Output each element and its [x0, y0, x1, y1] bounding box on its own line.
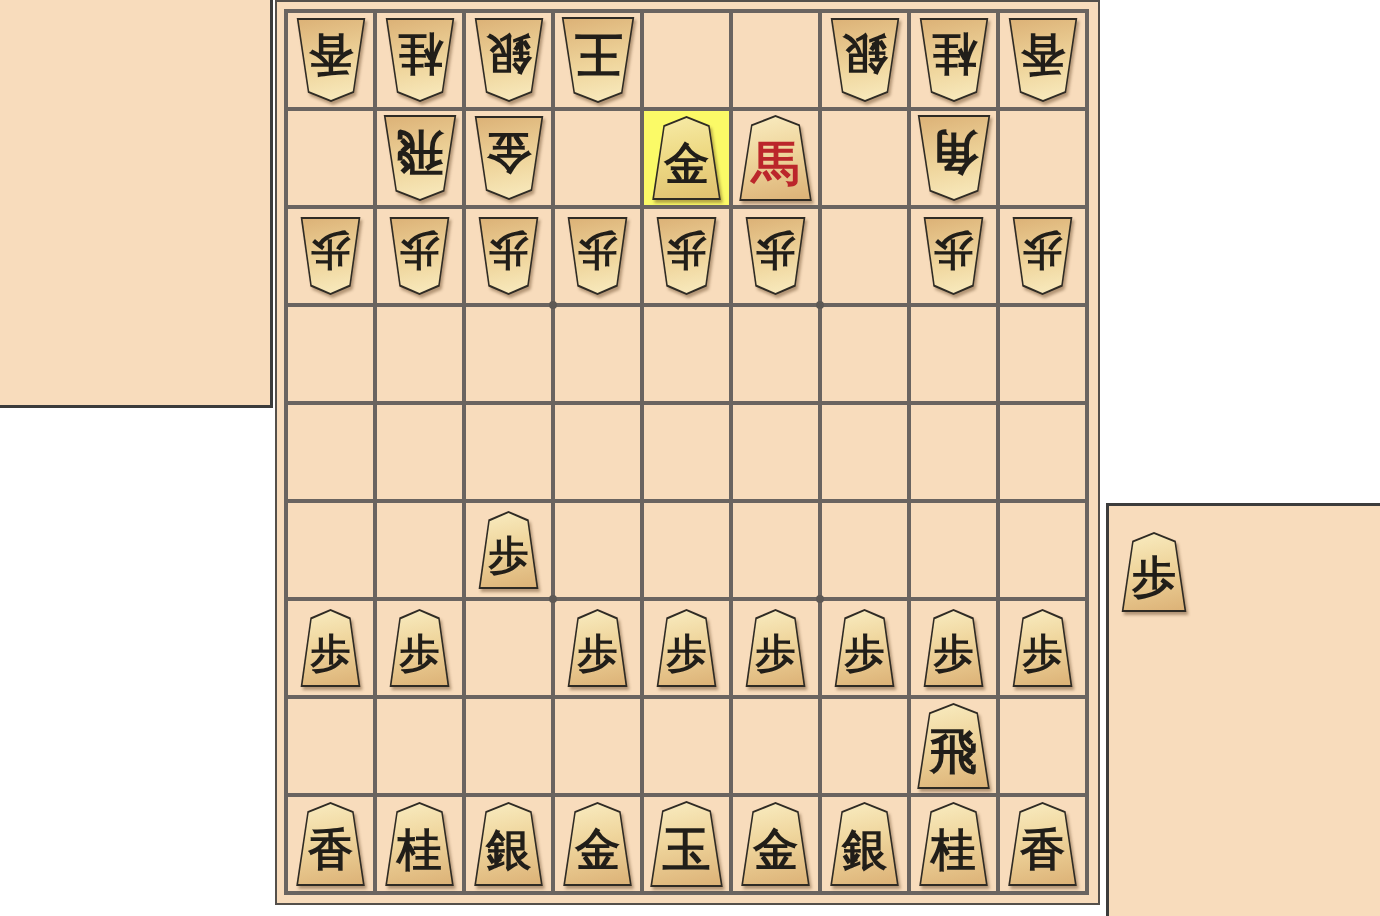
- square-9c[interactable]: 歩: [288, 209, 373, 303]
- piece-kanji: 王: [574, 31, 622, 79]
- gote-king[interactable]: 王: [561, 17, 635, 103]
- piece-kanji: 桂: [931, 33, 976, 78]
- piece-kanji: 歩: [400, 633, 440, 673]
- gote-gold[interactable]: 金: [474, 116, 544, 200]
- square-4h[interactable]: [733, 699, 818, 793]
- piece-kanji: 銀: [486, 827, 531, 872]
- square-3h[interactable]: [822, 699, 907, 793]
- square-1b[interactable]: [1000, 111, 1085, 205]
- square-4c[interactable]: 歩: [733, 209, 818, 303]
- gote-pawn[interactable]: 歩: [923, 217, 984, 295]
- square-7b[interactable]: 金: [466, 111, 551, 205]
- piece-kanji: 歩: [667, 231, 707, 271]
- square-5b[interactable]: 金: [644, 111, 729, 205]
- square-9b[interactable]: [288, 111, 373, 205]
- sente-pawn[interactable]: 歩: [567, 609, 628, 687]
- square-5d[interactable]: [644, 307, 729, 401]
- sente-rook[interactable]: 飛: [917, 703, 991, 789]
- square-7e[interactable]: [466, 405, 551, 499]
- piece-kanji: 歩: [489, 535, 529, 575]
- gote-knight[interactable]: 桂: [919, 18, 989, 102]
- piece-kanji: 香: [1020, 33, 1065, 78]
- gote-pawn[interactable]: 歩: [656, 217, 717, 295]
- square-3d[interactable]: [822, 307, 907, 401]
- gote-pawn[interactable]: 歩: [478, 217, 539, 295]
- piece-kanji: 歩: [756, 231, 796, 271]
- piece-kanji: 歩: [934, 231, 974, 271]
- sente-knight[interactable]: 桂: [919, 802, 989, 886]
- gote-pawn[interactable]: 歩: [300, 217, 361, 295]
- star-point: [549, 595, 557, 603]
- piece-kanji: 歩: [311, 633, 351, 673]
- piece-kanji: 香: [308, 33, 353, 78]
- square-6f[interactable]: [555, 503, 640, 597]
- square-6i[interactable]: 金: [555, 797, 640, 891]
- sente-gold[interactable]: 金: [563, 802, 633, 886]
- sente-pawn[interactable]: 歩: [389, 609, 450, 687]
- square-7c[interactable]: 歩: [466, 209, 551, 303]
- piece-kanji: 金: [575, 827, 620, 872]
- square-7g[interactable]: [466, 601, 551, 695]
- square-7d[interactable]: [466, 307, 551, 401]
- square-5f[interactable]: [644, 503, 729, 597]
- star-point: [549, 301, 557, 309]
- square-8b[interactable]: 飛: [377, 111, 462, 205]
- shogi-board-grid: 香桂銀王銀桂香飛金金馬角歩歩歩歩歩歩歩歩歩歩歩歩歩歩歩歩歩飛香桂銀金玉金銀桂香: [284, 9, 1089, 895]
- square-4e[interactable]: [733, 405, 818, 499]
- square-3e[interactable]: [822, 405, 907, 499]
- square-6a[interactable]: 王: [555, 13, 640, 107]
- gote-silver[interactable]: 銀: [474, 18, 544, 102]
- gote-pawn[interactable]: 歩: [567, 217, 628, 295]
- square-4a[interactable]: [733, 13, 818, 107]
- sente-king[interactable]: 玉: [650, 801, 724, 887]
- square-5e[interactable]: [644, 405, 729, 499]
- square-1f[interactable]: [1000, 503, 1085, 597]
- square-5c[interactable]: 歩: [644, 209, 729, 303]
- sente-gold[interactable]: 金: [652, 116, 722, 200]
- gote-lance[interactable]: 香: [296, 18, 366, 102]
- piece-kanji: 桂: [397, 827, 442, 872]
- sente-silver[interactable]: 銀: [830, 802, 900, 886]
- gote-pawn[interactable]: 歩: [745, 217, 806, 295]
- piece-kanji: 飛: [930, 727, 978, 775]
- sente-pawn[interactable]: 歩: [300, 609, 361, 687]
- square-2d[interactable]: [911, 307, 996, 401]
- piece-kanji: 歩: [311, 231, 351, 271]
- square-4i[interactable]: 金: [733, 797, 818, 891]
- piece-kanji: 金: [753, 827, 798, 872]
- square-7h[interactable]: [466, 699, 551, 793]
- piece-kanji: 香: [308, 827, 353, 872]
- square-3b[interactable]: [822, 111, 907, 205]
- gote-lance[interactable]: 香: [1008, 18, 1078, 102]
- square-8a[interactable]: 桂: [377, 13, 462, 107]
- piece-kanji: 桂: [397, 33, 442, 78]
- square-6g[interactable]: 歩: [555, 601, 640, 695]
- square-5a[interactable]: [644, 13, 729, 107]
- square-3i[interactable]: 銀: [822, 797, 907, 891]
- piece-kanji: 歩: [845, 633, 885, 673]
- gote-piece-stand: [0, 0, 273, 408]
- square-8c[interactable]: 歩: [377, 209, 462, 303]
- square-4f[interactable]: [733, 503, 818, 597]
- piece-kanji: 桂: [931, 827, 976, 872]
- piece-kanji: 香: [1020, 827, 1065, 872]
- piece-kanji: 歩: [756, 633, 796, 673]
- sente-gold[interactable]: 金: [741, 802, 811, 886]
- gote-pawn[interactable]: 歩: [1012, 217, 1073, 295]
- square-9i[interactable]: 香: [288, 797, 373, 891]
- square-2e[interactable]: [911, 405, 996, 499]
- sente-lance[interactable]: 香: [1008, 802, 1078, 886]
- gote-knight[interactable]: 桂: [385, 18, 455, 102]
- star-point: [816, 301, 824, 309]
- piece-kanji: 金: [486, 131, 531, 176]
- square-7i[interactable]: 銀: [466, 797, 551, 891]
- square-1d[interactable]: [1000, 307, 1085, 401]
- sente-pawn[interactable]: 歩: [923, 609, 984, 687]
- square-1i[interactable]: 香: [1000, 797, 1085, 891]
- piece-kanji: 歩: [1132, 555, 1176, 599]
- shogi-board-panel: 香桂銀王銀桂香飛金金馬角歩歩歩歩歩歩歩歩歩歩歩歩歩歩歩歩歩飛香桂銀金玉金銀桂香: [275, 0, 1100, 905]
- square-5g[interactable]: 歩: [644, 601, 729, 695]
- gote-rook[interactable]: 飛: [383, 115, 457, 201]
- piece-kanji: 馬: [752, 139, 800, 187]
- square-9g[interactable]: 歩: [288, 601, 373, 695]
- square-1g[interactable]: 歩: [1000, 601, 1085, 695]
- square-9e[interactable]: [288, 405, 373, 499]
- gote-pawn[interactable]: 歩: [389, 217, 450, 295]
- piece-kanji: 銀: [842, 33, 887, 78]
- sente-hand-pieces: 歩: [1121, 532, 1187, 612]
- square-1h[interactable]: [1000, 699, 1085, 793]
- square-9d[interactable]: [288, 307, 373, 401]
- square-9h[interactable]: [288, 699, 373, 793]
- piece-kanji: 歩: [400, 231, 440, 271]
- piece-kanji: 銀: [842, 827, 887, 872]
- square-8h[interactable]: [377, 699, 462, 793]
- sente-pawn[interactable]: 歩: [834, 609, 895, 687]
- square-9f[interactable]: [288, 503, 373, 597]
- piece-kanji: 銀: [486, 33, 531, 78]
- piece-kanji: 歩: [1023, 633, 1063, 673]
- piece-kanji: 歩: [934, 633, 974, 673]
- sente-pawn[interactable]: 歩: [478, 511, 539, 589]
- square-6h[interactable]: [555, 699, 640, 793]
- square-3a[interactable]: 銀: [822, 13, 907, 107]
- square-2c[interactable]: 歩: [911, 209, 996, 303]
- square-6e[interactable]: [555, 405, 640, 499]
- gote-bishop[interactable]: 角: [917, 115, 991, 201]
- sente-knight[interactable]: 桂: [385, 802, 455, 886]
- square-2g[interactable]: 歩: [911, 601, 996, 695]
- piece-kanji: 歩: [578, 231, 618, 271]
- square-3g[interactable]: 歩: [822, 601, 907, 695]
- square-7f[interactable]: 歩: [466, 503, 551, 597]
- sente-pawn[interactable]: 歩: [1012, 609, 1073, 687]
- square-2i[interactable]: 桂: [911, 797, 996, 891]
- sente-pawn[interactable]: 歩: [745, 609, 806, 687]
- square-3f[interactable]: [822, 503, 907, 597]
- sente-promoted-bishop[interactable]: 馬: [739, 115, 813, 201]
- piece-kanji: 飛: [396, 129, 444, 177]
- square-4b[interactable]: 馬: [733, 111, 818, 205]
- sente-piece-stand: 歩: [1106, 503, 1380, 916]
- square-8e[interactable]: [377, 405, 462, 499]
- sente-pawn[interactable]: 歩: [656, 609, 717, 687]
- sente-lance[interactable]: 香: [296, 802, 366, 886]
- square-1c[interactable]: 歩: [1000, 209, 1085, 303]
- square-7a[interactable]: 銀: [466, 13, 551, 107]
- square-8d[interactable]: [377, 307, 462, 401]
- piece-kanji: 歩: [489, 231, 529, 271]
- piece-kanji: 歩: [578, 633, 618, 673]
- square-8f[interactable]: [377, 503, 462, 597]
- square-2a[interactable]: 桂: [911, 13, 996, 107]
- square-1a[interactable]: 香: [1000, 13, 1085, 107]
- square-2h[interactable]: 飛: [911, 699, 996, 793]
- sente-silver[interactable]: 銀: [474, 802, 544, 886]
- square-2f[interactable]: [911, 503, 996, 597]
- square-3c[interactable]: [822, 209, 907, 303]
- square-2b[interactable]: 角: [911, 111, 996, 205]
- square-1e[interactable]: [1000, 405, 1085, 499]
- piece-kanji: 金: [664, 141, 709, 186]
- sente-pawn[interactable]: 歩: [1121, 532, 1187, 612]
- square-9a[interactable]: 香: [288, 13, 373, 107]
- piece-kanji: 歩: [1023, 231, 1063, 271]
- piece-kanji: 玉: [663, 825, 711, 873]
- piece-kanji: 角: [930, 129, 978, 177]
- square-5h[interactable]: [644, 699, 729, 793]
- square-6b[interactable]: [555, 111, 640, 205]
- square-4g[interactable]: 歩: [733, 601, 818, 695]
- square-6c[interactable]: 歩: [555, 209, 640, 303]
- square-5i[interactable]: 玉: [644, 797, 729, 891]
- star-point: [816, 595, 824, 603]
- square-6d[interactable]: [555, 307, 640, 401]
- square-4d[interactable]: [733, 307, 818, 401]
- square-8g[interactable]: 歩: [377, 601, 462, 695]
- gote-silver[interactable]: 銀: [830, 18, 900, 102]
- square-8i[interactable]: 桂: [377, 797, 462, 891]
- piece-kanji: 歩: [667, 633, 707, 673]
